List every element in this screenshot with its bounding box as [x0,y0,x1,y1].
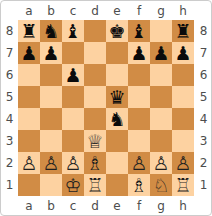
square-a1[interactable] [18,174,40,196]
piece-white-pawn[interactable]: ♙ [64,152,81,174]
file-label-g: g [150,1,172,20]
piece-white-bishop[interactable]: ♗ [86,152,103,174]
square-e8[interactable]: ♚ [106,20,128,42]
file-label-e: e [106,1,128,20]
square-h8[interactable]: ♜ [172,20,194,42]
piece-black-king[interactable]: ♚ [108,20,125,42]
square-c7[interactable] [62,42,84,64]
square-d2[interactable]: ♗ [84,152,106,174]
rank-labels-right: 87654321 [194,20,212,196]
square-a8[interactable]: ♜ [18,20,40,42]
square-c5[interactable] [62,86,84,108]
file-label-a: a [18,1,40,20]
square-g2[interactable]: ♙ [150,152,172,174]
square-a5[interactable] [18,86,40,108]
chessboard-widget: abcdefgh 87654321 ♜♞♝♚♝♜♟♟♟♟♟♟♛♞♕♙♙♙♗♙♙♙… [0,0,212,216]
square-g4[interactable] [150,108,172,130]
rank-label-4: 4 [1,108,18,130]
file-label-b: b [40,196,62,215]
chessboard: ♜♞♝♚♝♜♟♟♟♟♟♟♛♞♕♙♙♙♗♙♙♙♔♖♗♘♖ [18,20,194,196]
piece-black-pawn[interactable]: ♟ [42,42,59,64]
square-b5[interactable] [40,86,62,108]
square-c4[interactable] [62,108,84,130]
piece-black-bishop[interactable]: ♝ [130,20,147,42]
square-a2[interactable]: ♙ [18,152,40,174]
square-e1[interactable] [106,174,128,196]
piece-white-pawn[interactable]: ♙ [152,152,169,174]
file-label-g: g [150,196,172,215]
square-a4[interactable] [18,108,40,130]
square-b4[interactable] [40,108,62,130]
file-labels-top: abcdefgh [18,1,194,20]
piece-white-bishop[interactable]: ♗ [130,174,147,196]
rank-label-4: 4 [194,108,212,130]
square-b2[interactable]: ♙ [40,152,62,174]
square-e6[interactable] [106,64,128,86]
square-d7[interactable] [84,42,106,64]
square-e2[interactable] [106,152,128,174]
square-b1[interactable] [40,174,62,196]
file-label-f: f [128,1,150,20]
piece-black-rook[interactable]: ♜ [20,20,37,42]
square-a7[interactable]: ♟ [18,42,40,64]
piece-black-knight[interactable]: ♞ [108,108,125,130]
rank-label-8: 8 [1,20,18,42]
square-h5[interactable] [172,86,194,108]
square-g5[interactable] [150,86,172,108]
piece-white-pawn[interactable]: ♙ [174,152,191,174]
piece-black-rook[interactable]: ♜ [174,20,191,42]
piece-white-pawn[interactable]: ♙ [42,152,59,174]
square-f5[interactable] [128,86,150,108]
piece-black-pawn[interactable]: ♟ [20,42,37,64]
square-f6[interactable] [128,64,150,86]
file-labels-bottom: abcdefgh [18,196,194,215]
square-e5[interactable]: ♛ [106,86,128,108]
square-d5[interactable] [84,86,106,108]
square-c6[interactable]: ♟ [62,64,84,86]
square-f3[interactable] [128,130,150,152]
square-f1[interactable]: ♗ [128,174,150,196]
rank-label-7: 7 [1,42,18,64]
file-label-e: e [106,196,128,215]
piece-black-pawn[interactable]: ♟ [64,64,81,86]
piece-black-pawn[interactable]: ♟ [130,42,147,64]
rank-label-3: 3 [194,130,212,152]
square-c3[interactable] [62,130,84,152]
square-a3[interactable] [18,130,40,152]
square-g1[interactable]: ♘ [150,174,172,196]
file-label-h: h [172,196,194,215]
square-e7[interactable] [106,42,128,64]
square-d6[interactable] [84,64,106,86]
piece-white-pawn[interactable]: ♙ [130,152,147,174]
piece-white-rook[interactable]: ♖ [174,174,191,196]
square-d4[interactable] [84,108,106,130]
piece-black-knight[interactable]: ♞ [42,20,59,42]
square-c1[interactable]: ♔ [62,174,84,196]
square-f8[interactable]: ♝ [128,20,150,42]
square-a6[interactable] [18,64,40,86]
piece-black-queen[interactable]: ♛ [108,86,125,108]
square-c8[interactable]: ♝ [62,20,84,42]
square-d8[interactable] [84,20,106,42]
piece-white-pawn[interactable]: ♙ [20,152,37,174]
square-h2[interactable]: ♙ [172,152,194,174]
rank-label-6: 6 [194,64,212,86]
square-e4[interactable]: ♞ [106,108,128,130]
square-d3[interactable]: ♕ [84,130,106,152]
rank-label-2: 2 [1,152,18,174]
square-g8[interactable] [150,20,172,42]
square-b6[interactable] [40,64,62,86]
piece-white-knight[interactable]: ♘ [152,174,169,196]
rank-label-1: 1 [194,174,212,196]
square-g3[interactable] [150,130,172,152]
rank-label-2: 2 [194,152,212,174]
square-f7[interactable]: ♟ [128,42,150,64]
file-label-b: b [40,1,62,20]
rank-label-7: 7 [194,42,212,64]
square-e3[interactable] [106,130,128,152]
file-label-a: a [18,196,40,215]
square-h3[interactable] [172,130,194,152]
square-g7[interactable]: ♟ [150,42,172,64]
piece-white-queen[interactable]: ♕ [86,130,103,152]
rank-label-8: 8 [194,20,212,42]
rank-labels-left: 87654321 [1,20,18,196]
piece-black-pawn[interactable]: ♟ [152,42,169,64]
file-label-h: h [172,1,194,20]
piece-white-rook[interactable]: ♖ [86,174,103,196]
square-f2[interactable]: ♙ [128,152,150,174]
file-label-c: c [62,1,84,20]
rank-label-3: 3 [1,130,18,152]
file-label-d: d [84,196,106,215]
square-h6[interactable] [172,64,194,86]
file-label-f: f [128,196,150,215]
piece-white-king[interactable]: ♔ [64,174,81,196]
piece-black-bishop[interactable]: ♝ [64,20,81,42]
square-c2[interactable]: ♙ [62,152,84,174]
rank-label-5: 5 [1,86,18,108]
file-label-c: c [62,196,84,215]
rank-label-6: 6 [1,64,18,86]
square-h7[interactable]: ♟ [172,42,194,64]
rank-label-1: 1 [1,174,18,196]
square-d1[interactable]: ♖ [84,174,106,196]
rank-label-5: 5 [194,86,212,108]
square-b7[interactable]: ♟ [40,42,62,64]
square-b8[interactable]: ♞ [40,20,62,42]
square-b3[interactable] [40,130,62,152]
square-h4[interactable] [172,108,194,130]
square-f4[interactable] [128,108,150,130]
file-label-d: d [84,1,106,20]
square-h1[interactable]: ♖ [172,174,194,196]
square-g6[interactable] [150,64,172,86]
piece-black-pawn[interactable]: ♟ [174,42,191,64]
